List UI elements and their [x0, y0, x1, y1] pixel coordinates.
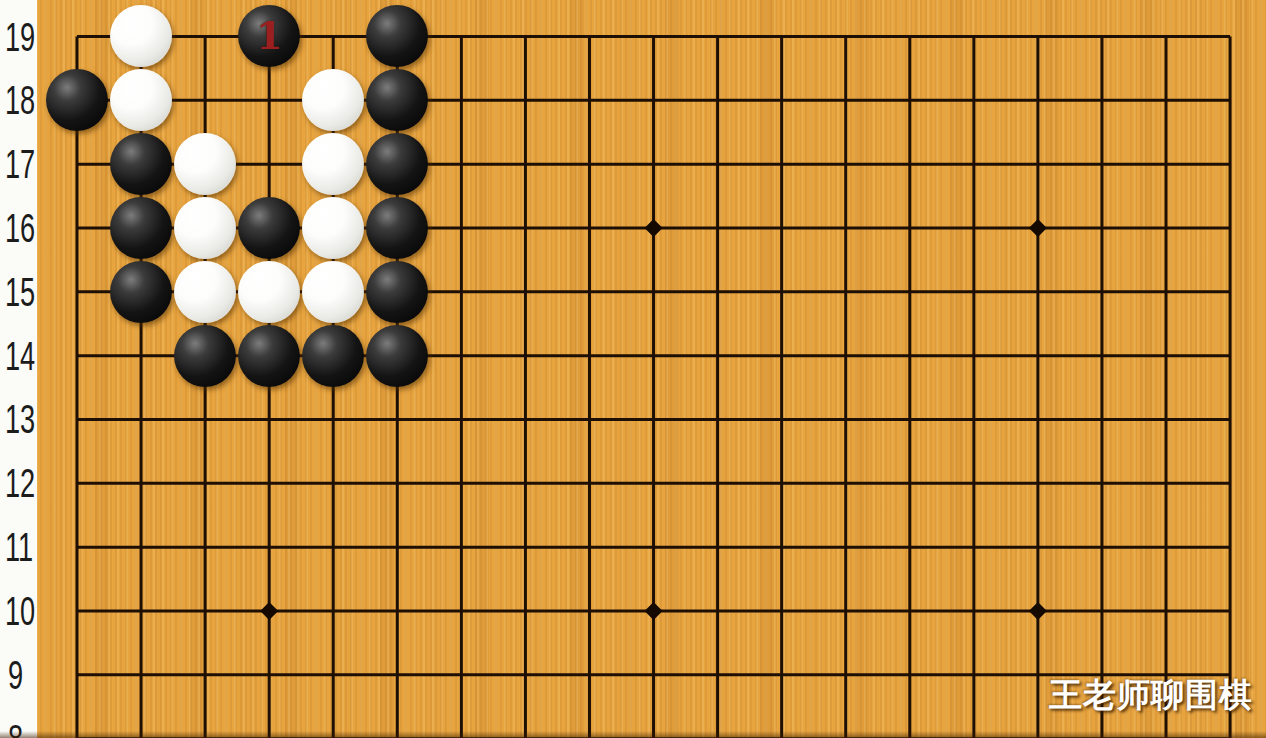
- stone-black-B15: [110, 261, 172, 323]
- stone-black-C14: [174, 325, 236, 387]
- row-coordinate-strip: 1918171615141312111098: [0, 0, 37, 738]
- stone-white-B18: [110, 69, 172, 131]
- stone-black-F16: [366, 197, 428, 259]
- stone-black-D19: 1: [238, 5, 300, 67]
- move-number-label: 1: [256, 17, 282, 55]
- stone-white-C16: [174, 197, 236, 259]
- stone-black-A18: [46, 69, 108, 131]
- stone-black-F15: [366, 261, 428, 323]
- row-label-18: 18: [5, 80, 26, 120]
- row-label-11: 11: [5, 527, 26, 567]
- row-label-19: 19: [5, 17, 26, 57]
- stone-black-F19: [366, 5, 428, 67]
- stone-black-B16: [110, 197, 172, 259]
- row-label-13: 13: [5, 399, 26, 439]
- stone-white-D15: [238, 261, 300, 323]
- stone-white-C15: [174, 261, 236, 323]
- stone-white-C17: [174, 133, 236, 195]
- stone-white-E18: [302, 69, 364, 131]
- go-diagram: 1918171615141312111098 1 王老师聊围棋: [0, 0, 1266, 738]
- row-label-15: 15: [5, 272, 26, 312]
- board-bottom-shadow: [0, 731, 1266, 738]
- watermark: 王老师聊围棋: [1049, 673, 1253, 718]
- stone-black-E14: [302, 325, 364, 387]
- stone-black-D16: [238, 197, 300, 259]
- row-label-14: 14: [5, 336, 26, 376]
- row-label-16: 16: [5, 208, 26, 248]
- stone-black-F18: [366, 69, 428, 131]
- stone-white-E16: [302, 197, 364, 259]
- stone-white-E15: [302, 261, 364, 323]
- stone-white-B19: [110, 5, 172, 67]
- stone-black-F17: [366, 133, 428, 195]
- stone-black-B17: [110, 133, 172, 195]
- go-board[interactable]: 1: [45, 5, 1262, 738]
- stone-white-E17: [302, 133, 364, 195]
- row-label-10: 10: [5, 591, 26, 631]
- row-label-12: 12: [5, 463, 26, 503]
- stone-black-F14: [366, 325, 428, 387]
- stone-black-D14: [238, 325, 300, 387]
- row-label-9: 9: [5, 655, 26, 695]
- row-label-17: 17: [5, 144, 26, 184]
